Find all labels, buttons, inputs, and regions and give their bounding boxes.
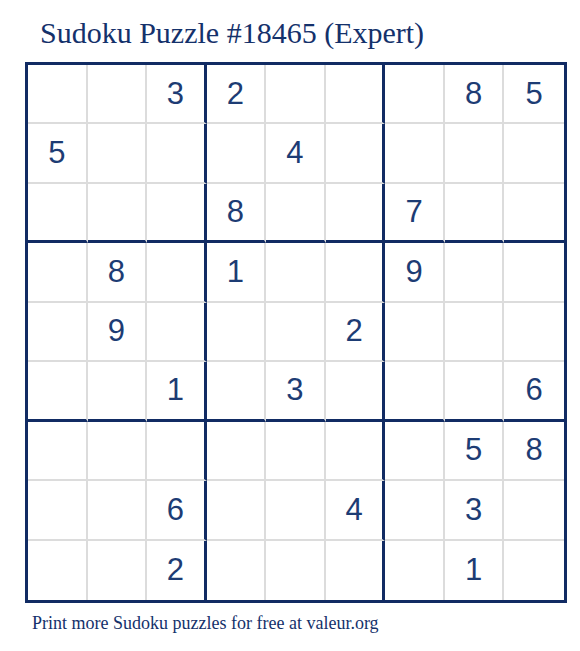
sudoku-cell-r6c7[interactable] — [385, 362, 445, 421]
sudoku-cell-r9c2[interactable] — [88, 541, 148, 600]
sudoku-cell-r9c7[interactable] — [385, 541, 445, 600]
sudoku-cell-r8c8[interactable]: 3 — [445, 481, 505, 540]
sudoku-cell-r2c1[interactable]: 5 — [28, 124, 88, 183]
sudoku-cell-r7c1[interactable] — [28, 422, 88, 481]
sudoku-cell-r4c2[interactable]: 8 — [88, 243, 148, 302]
sudoku-cell-r2c5[interactable]: 4 — [266, 124, 326, 183]
sudoku-cell-r1c3[interactable]: 3 — [147, 65, 207, 124]
sudoku-cell-r7c8[interactable]: 5 — [445, 422, 505, 481]
sudoku-cell-r6c6[interactable] — [326, 362, 386, 421]
sudoku-cell-r4c3[interactable] — [147, 243, 207, 302]
sudoku-cell-r3c1[interactable] — [28, 184, 88, 243]
sudoku-cell-r9c8[interactable]: 1 — [445, 541, 505, 600]
sudoku-cell-r3c2[interactable] — [88, 184, 148, 243]
sudoku-cell-r8c2[interactable] — [88, 481, 148, 540]
sudoku-cell-r4c5[interactable] — [266, 243, 326, 302]
sudoku-cell-r7c6[interactable] — [326, 422, 386, 481]
sudoku-cell-r6c3[interactable]: 1 — [147, 362, 207, 421]
sudoku-cell-r2c8[interactable] — [445, 124, 505, 183]
sudoku-cell-r3c6[interactable] — [326, 184, 386, 243]
sudoku-cell-r2c3[interactable] — [147, 124, 207, 183]
sudoku-cell-r9c1[interactable] — [28, 541, 88, 600]
sudoku-cell-r2c6[interactable] — [326, 124, 386, 183]
sudoku-cell-r3c8[interactable] — [445, 184, 505, 243]
sudoku-cell-r1c9[interactable]: 5 — [504, 65, 564, 124]
sudoku-cell-r3c7[interactable]: 7 — [385, 184, 445, 243]
sudoku-cell-r8c9[interactable] — [504, 481, 564, 540]
sudoku-cell-r2c4[interactable] — [207, 124, 267, 183]
sudoku-cell-r8c3[interactable]: 6 — [147, 481, 207, 540]
sudoku-cell-r7c2[interactable] — [88, 422, 148, 481]
sudoku-cell-r6c5[interactable]: 3 — [266, 362, 326, 421]
sudoku-cell-r7c7[interactable] — [385, 422, 445, 481]
sudoku-cell-r9c9[interactable] — [504, 541, 564, 600]
sudoku-cell-r5c4[interactable] — [207, 303, 267, 362]
sudoku-cell-r4c8[interactable] — [445, 243, 505, 302]
sudoku-cell-r7c9[interactable]: 8 — [504, 422, 564, 481]
sudoku-cell-r8c5[interactable] — [266, 481, 326, 540]
sudoku-cell-r7c5[interactable] — [266, 422, 326, 481]
sudoku-cell-r5c2[interactable]: 9 — [88, 303, 148, 362]
sudoku-cell-r6c4[interactable] — [207, 362, 267, 421]
sudoku-cell-r6c2[interactable] — [88, 362, 148, 421]
sudoku-cell-r7c4[interactable] — [207, 422, 267, 481]
sudoku-cell-r2c7[interactable] — [385, 124, 445, 183]
sudoku-cell-r6c9[interactable]: 6 — [504, 362, 564, 421]
sudoku-cell-r3c4[interactable]: 8 — [207, 184, 267, 243]
sudoku-cell-r4c7[interactable]: 9 — [385, 243, 445, 302]
sudoku-cell-r3c9[interactable] — [504, 184, 564, 243]
sudoku-cell-r5c3[interactable] — [147, 303, 207, 362]
sudoku-cell-r5c7[interactable] — [385, 303, 445, 362]
sudoku-cell-r1c4[interactable]: 2 — [207, 65, 267, 124]
sudoku-cell-r7c3[interactable] — [147, 422, 207, 481]
sudoku-cell-r9c5[interactable] — [266, 541, 326, 600]
sudoku-cell-r4c9[interactable] — [504, 243, 564, 302]
sudoku-cell-r9c6[interactable] — [326, 541, 386, 600]
sudoku-cell-r9c3[interactable]: 2 — [147, 541, 207, 600]
sudoku-cell-r4c6[interactable] — [326, 243, 386, 302]
sudoku-cell-r8c6[interactable]: 4 — [326, 481, 386, 540]
puzzle-title: Sudoku Puzzle #18465 (Expert) — [40, 16, 424, 50]
sudoku-cell-r5c5[interactable] — [266, 303, 326, 362]
sudoku-cell-r1c8[interactable]: 8 — [445, 65, 505, 124]
sudoku-cell-r1c1[interactable] — [28, 65, 88, 124]
page-root: Sudoku Puzzle #18465 (Expert) 3285548781… — [0, 0, 580, 651]
sudoku-cell-r1c2[interactable] — [88, 65, 148, 124]
sudoku-cell-r6c8[interactable] — [445, 362, 505, 421]
sudoku-cell-r1c6[interactable] — [326, 65, 386, 124]
sudoku-cell-r8c1[interactable] — [28, 481, 88, 540]
sudoku-cell-r9c4[interactable] — [207, 541, 267, 600]
sudoku-cell-r3c5[interactable] — [266, 184, 326, 243]
sudoku-cell-r8c4[interactable] — [207, 481, 267, 540]
sudoku-cell-r4c4[interactable]: 1 — [207, 243, 267, 302]
sudoku-cell-r5c9[interactable] — [504, 303, 564, 362]
sudoku-cell-r6c1[interactable] — [28, 362, 88, 421]
sudoku-cell-r5c6[interactable]: 2 — [326, 303, 386, 362]
sudoku-cell-r4c1[interactable] — [28, 243, 88, 302]
sudoku-cell-r2c9[interactable] — [504, 124, 564, 183]
sudoku-cell-r3c3[interactable] — [147, 184, 207, 243]
sudoku-cell-r8c7[interactable] — [385, 481, 445, 540]
footer-text: Print more Sudoku puzzles for free at va… — [32, 613, 379, 634]
sudoku-cell-r5c1[interactable] — [28, 303, 88, 362]
sudoku-cell-r5c8[interactable] — [445, 303, 505, 362]
sudoku-board: 32855487819921365864321 — [25, 62, 567, 603]
sudoku-cell-r1c5[interactable] — [266, 65, 326, 124]
sudoku-cell-r1c7[interactable] — [385, 65, 445, 124]
sudoku-cell-r2c2[interactable] — [88, 124, 148, 183]
sudoku-grid: 32855487819921365864321 — [28, 65, 564, 600]
